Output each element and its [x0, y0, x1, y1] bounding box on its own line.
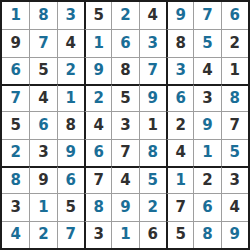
user-digit: 1	[202, 145, 212, 160]
cell-r8c5[interactable]: 9	[111, 193, 138, 220]
user-digit: 8	[10, 173, 20, 188]
cell-r1c4[interactable]: 5	[84, 2, 111, 29]
cell-r6c8[interactable]: 1	[193, 139, 220, 166]
cell-r2c8[interactable]: 5	[193, 29, 220, 56]
given-digit: 6	[148, 227, 158, 242]
user-digit: 2	[66, 63, 76, 78]
cell-r2c4[interactable]: 1	[84, 29, 111, 56]
cell-r8c7[interactable]: 7	[166, 193, 193, 220]
cell-r5c2[interactable]: 6	[29, 111, 56, 138]
cell-r1c3[interactable]: 3	[57, 2, 84, 29]
cell-r2c9[interactable]: 2	[221, 29, 248, 56]
user-digit: 4	[10, 227, 20, 242]
given-digit: 8	[120, 63, 130, 78]
cell-r7c2[interactable]: 9	[29, 166, 56, 193]
cell-r2c2[interactable]: 7	[29, 29, 56, 56]
user-digit: 9	[148, 91, 158, 106]
given-digit: 5	[120, 91, 130, 106]
cell-r2c3[interactable]: 4	[57, 29, 84, 56]
cell-r3c8[interactable]: 4	[193, 57, 220, 84]
cell-r6c2[interactable]: 3	[29, 139, 56, 166]
user-digit: 9	[230, 227, 240, 242]
cell-r8c4[interactable]: 8	[84, 193, 111, 220]
given-digit: 4	[38, 91, 48, 106]
given-digit: 3	[10, 200, 20, 215]
given-digit: 3	[93, 227, 103, 242]
given-digit: 4	[120, 173, 130, 188]
given-digit: 4	[175, 145, 185, 160]
cell-r8c1[interactable]: 3	[2, 193, 29, 220]
user-digit: 2	[120, 8, 130, 23]
cell-r7c4[interactable]: 7	[84, 166, 111, 193]
cell-r8c3[interactable]: 5	[57, 193, 84, 220]
user-digit: 3	[175, 63, 185, 78]
given-digit: 5	[93, 8, 103, 23]
cell-r9c9[interactable]: 9	[221, 221, 248, 248]
cell-r4c5[interactable]: 5	[111, 84, 138, 111]
given-digit: 4	[66, 36, 76, 51]
cell-r6c4[interactable]: 6	[84, 139, 111, 166]
user-digit: 6	[202, 200, 212, 215]
user-digit: 8	[202, 227, 212, 242]
given-digit: 4	[148, 8, 158, 23]
user-digit: 1	[38, 200, 48, 215]
user-digit: 9	[93, 63, 103, 78]
cell-r3c4[interactable]: 9	[84, 57, 111, 84]
user-digit: 7	[148, 63, 158, 78]
cell-r7c6[interactable]: 5	[139, 166, 166, 193]
user-digit: 6	[120, 36, 130, 51]
cell-r3c9[interactable]: 1	[221, 57, 248, 84]
user-digit: 6	[66, 173, 76, 188]
cell-r5c6[interactable]: 1	[139, 111, 166, 138]
cell-r8c2[interactable]: 1	[29, 193, 56, 220]
given-digit: 2	[175, 118, 185, 133]
cell-r4c4[interactable]: 2	[84, 84, 111, 111]
cell-r4c3[interactable]: 1	[57, 84, 84, 111]
cell-r7c3[interactable]: 6	[57, 166, 84, 193]
user-digit: 6	[38, 118, 48, 133]
user-digit: 8	[230, 91, 240, 106]
user-digit: 7	[10, 91, 20, 106]
user-digit: 8	[148, 145, 158, 160]
user-digit: 2	[38, 227, 48, 242]
given-digit: 5	[66, 200, 76, 215]
given-digit: 5	[38, 63, 48, 78]
user-digit: 7	[38, 36, 48, 51]
cell-r9c7[interactable]: 5	[166, 221, 193, 248]
user-digit: 1	[10, 8, 20, 23]
cell-r9c3[interactable]: 7	[57, 221, 84, 248]
given-digit: 7	[230, 118, 240, 133]
given-digit: 7	[120, 145, 130, 160]
user-digit: 7	[202, 8, 212, 23]
cell-r5c9[interactable]: 7	[221, 111, 248, 138]
cell-r2c6[interactable]: 3	[139, 29, 166, 56]
cell-r7c5[interactable]: 4	[111, 166, 138, 193]
cell-r5c5[interactable]: 3	[111, 111, 138, 138]
user-digit: 6	[93, 145, 103, 160]
cell-r2c1[interactable]: 9	[2, 29, 29, 56]
cell-r8c9[interactable]: 4	[221, 193, 248, 220]
user-digit: 2	[93, 91, 103, 106]
cell-r3c5[interactable]: 8	[111, 57, 138, 84]
given-digit: 5	[175, 227, 185, 242]
user-digit: 2	[10, 145, 20, 160]
cell-r4c7[interactable]: 6	[166, 84, 193, 111]
user-digit: 8	[93, 200, 103, 215]
cell-r2c5[interactable]: 6	[111, 29, 138, 56]
given-digit: 4	[93, 118, 103, 133]
user-digit: 5	[148, 173, 158, 188]
cell-r1c8[interactable]: 7	[193, 2, 220, 29]
user-digit: 6	[175, 91, 185, 106]
cell-r5c4[interactable]: 4	[84, 111, 111, 138]
cell-r6c3[interactable]: 9	[57, 139, 84, 166]
cell-r4c2[interactable]: 4	[29, 84, 56, 111]
given-digit: 2	[202, 173, 212, 188]
cell-r5c1[interactable]: 5	[2, 111, 29, 138]
given-digit: 8	[175, 36, 185, 51]
cell-r6c9[interactable]: 5	[221, 139, 248, 166]
user-digit: 6	[10, 63, 20, 78]
cell-r9c4[interactable]: 3	[84, 221, 111, 248]
cell-r8c6[interactable]: 2	[139, 193, 166, 220]
given-digit: 3	[38, 145, 48, 160]
given-digit: 3	[120, 118, 130, 133]
cell-r1c7[interactable]: 9	[166, 2, 193, 29]
user-digit: 5	[230, 145, 240, 160]
cell-r9c8[interactable]: 8	[193, 221, 220, 248]
cell-r3c6[interactable]: 7	[139, 57, 166, 84]
given-digit: 1	[148, 118, 158, 133]
user-digit: 8	[38, 8, 48, 23]
user-digit: 1	[120, 227, 130, 242]
sudoku-board: 1835249769741638526529873417412596385684…	[0, 0, 250, 250]
cell-r4c1[interactable]: 7	[2, 84, 29, 111]
user-digit: 9	[175, 8, 185, 23]
cell-r7c7[interactable]: 1	[166, 166, 193, 193]
cell-r9c5[interactable]: 1	[111, 221, 138, 248]
user-digit: 7	[66, 227, 76, 242]
cell-r5c7[interactable]: 2	[166, 111, 193, 138]
cell-r7c1[interactable]: 8	[2, 166, 29, 193]
cell-r4c6[interactable]: 9	[139, 84, 166, 111]
cell-r3c1[interactable]: 6	[2, 57, 29, 84]
given-digit: 4	[202, 63, 212, 78]
user-digit: 9	[66, 145, 76, 160]
cell-r5c8[interactable]: 9	[193, 111, 220, 138]
cell-r6c5[interactable]: 7	[111, 139, 138, 166]
cell-r8c8[interactable]: 6	[193, 193, 220, 220]
cell-r6c1[interactable]: 2	[2, 139, 29, 166]
cell-r2c7[interactable]: 8	[166, 29, 193, 56]
cell-r9c1[interactable]: 4	[2, 221, 29, 248]
user-digit: 6	[230, 8, 240, 23]
given-digit: 2	[230, 36, 240, 51]
given-digit: 5	[10, 118, 20, 133]
cell-r4c9[interactable]: 8	[221, 84, 248, 111]
user-digit: 9	[120, 200, 130, 215]
user-digit: 1	[66, 91, 76, 106]
user-digit: 2	[148, 200, 158, 215]
cell-r4c8[interactable]: 3	[193, 84, 220, 111]
cell-r7c8[interactable]: 2	[193, 166, 220, 193]
user-digit: 1	[93, 36, 103, 51]
user-digit: 9	[202, 118, 212, 133]
given-digit: 1	[230, 63, 240, 78]
cell-r1c1[interactable]: 1	[2, 2, 29, 29]
user-digit: 1	[175, 173, 185, 188]
cell-r1c2[interactable]: 8	[29, 2, 56, 29]
cell-r3c2[interactable]: 5	[29, 57, 56, 84]
cell-r3c7[interactable]: 3	[166, 57, 193, 84]
cell-r6c7[interactable]: 4	[166, 139, 193, 166]
cell-r1c5[interactable]: 2	[111, 2, 138, 29]
cell-r1c6[interactable]: 4	[139, 2, 166, 29]
user-digit: 3	[148, 36, 158, 51]
given-digit: 9	[10, 36, 20, 51]
given-digit: 4	[230, 200, 240, 215]
given-digit: 7	[93, 173, 103, 188]
cell-r9c2[interactable]: 2	[29, 221, 56, 248]
given-digit: 3	[202, 91, 212, 106]
given-digit: 8	[66, 118, 76, 133]
given-digit: 7	[175, 200, 185, 215]
cell-r1c9[interactable]: 6	[221, 2, 248, 29]
cell-r9c6[interactable]: 6	[139, 221, 166, 248]
cell-r7c9[interactable]: 3	[221, 166, 248, 193]
user-digit: 5	[202, 36, 212, 51]
cell-r5c3[interactable]: 8	[57, 111, 84, 138]
cell-r3c3[interactable]: 2	[57, 57, 84, 84]
cell-r6c6[interactable]: 8	[139, 139, 166, 166]
given-digit: 3	[230, 173, 240, 188]
given-digit: 9	[38, 173, 48, 188]
user-digit: 3	[66, 8, 76, 23]
